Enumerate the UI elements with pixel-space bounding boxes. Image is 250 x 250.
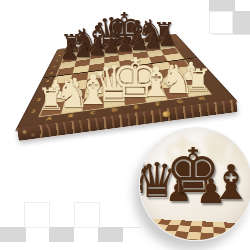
- product-photo: AABBCCDDEEFFGGHH87654321 ♜♞♝♛♚♝♞♜♟♟♟♟♟♟♟…: [0, 0, 250, 250]
- coordinate-label: C: [95, 45, 101, 47]
- inset-board-squares: [139, 219, 250, 241]
- coordinate-label: 1: [28, 108, 40, 113]
- coordinate-label: E: [120, 41, 126, 43]
- coordinate-label: H: [195, 96, 209, 101]
- decor-square-outline: [209, 11, 233, 34]
- coordinate-label: E: [131, 104, 143, 109]
- coordinate-label: F: [132, 40, 139, 42]
- coordinate-label: F: [152, 101, 164, 106]
- coordinate-label: G: [145, 38, 152, 40]
- board-square: [40, 101, 65, 116]
- coordinate-label: 7: [53, 59, 61, 62]
- decor-square: [0, 227, 26, 242]
- decor-square-outline: [24, 202, 50, 228]
- board-square: [61, 98, 84, 113]
- coordinate-label: D: [109, 107, 120, 113]
- coordinate-label: 6: [50, 65, 58, 68]
- board-square: [82, 96, 103, 111]
- coordinate-label: G: [174, 98, 187, 103]
- coordinate-label: 5: [47, 71, 56, 74]
- decor-square: [98, 227, 123, 242]
- board-grid: [40, 38, 210, 116]
- board-square: [104, 93, 125, 107]
- decor-square: [233, 11, 250, 34]
- decor-square-outline: [74, 202, 100, 228]
- decor-line: [214, 34, 250, 35]
- coordinate-label: 8: [56, 54, 63, 56]
- coordinate-label: 4: [43, 79, 52, 83]
- decor-square: [209, 0, 235, 11]
- coordinate-label: 2: [33, 97, 44, 102]
- coordinate-label: D: [108, 43, 114, 45]
- coordinate-label: B: [83, 46, 90, 48]
- coordinate-label: 3: [39, 87, 49, 91]
- coordinate-label: C: [87, 110, 98, 116]
- coordinate-label: H: [157, 36, 164, 38]
- board-square: [182, 83, 210, 96]
- coordinate-label: A: [70, 48, 77, 50]
- coordinate-label: A: [43, 115, 55, 121]
- inset-photo-circle: ♔ ♕ ♙ ♛ ♛ ♟ ♚ ♟ ♝: [139, 127, 250, 241]
- dark-bishop-icon: ♝: [196, 158, 250, 206]
- brass-clasp-icon: [161, 111, 170, 118]
- coordinate-label: B: [65, 113, 77, 119]
- decor-square: [49, 227, 74, 242]
